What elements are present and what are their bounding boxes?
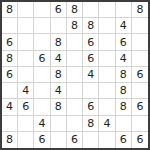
cell-r7c4[interactable]: 8 <box>51 99 67 115</box>
cell-r8c9[interactable] <box>132 116 148 132</box>
cell-r9c6[interactable] <box>83 132 99 148</box>
cell-r5c1[interactable]: 6 <box>2 67 18 83</box>
cell-r2c4[interactable] <box>51 18 67 34</box>
cell-r8c1[interactable] <box>2 116 18 132</box>
cell-r8c3[interactable]: 4 <box>34 116 50 132</box>
cell-r4c1[interactable]: 8 <box>2 51 18 67</box>
cell-r6c1[interactable] <box>2 83 18 99</box>
cell-r6c4[interactable]: 4 <box>51 83 67 99</box>
cell-r1c1[interactable]: 8 <box>2 2 18 18</box>
cell-r9c4[interactable] <box>51 132 67 148</box>
cell-r8c5[interactable] <box>67 116 83 132</box>
cell-r5c8[interactable]: 8 <box>116 67 132 83</box>
cell-r9c1[interactable]: 8 <box>2 132 18 148</box>
cell-r2c9[interactable] <box>132 18 148 34</box>
cell-r6c5[interactable] <box>67 83 83 99</box>
cell-r7c2[interactable]: 6 <box>18 99 34 115</box>
cell-r6c8[interactable]: 8 <box>116 83 132 99</box>
cell-r1c5[interactable]: 8 <box>67 2 83 18</box>
cell-r2c5[interactable]: 8 <box>67 18 83 34</box>
cell-r3c3[interactable] <box>34 34 50 50</box>
cell-r1c9[interactable]: 8 <box>132 2 148 18</box>
cell-r8c4[interactable] <box>51 116 67 132</box>
cell-r3c4[interactable]: 8 <box>51 34 67 50</box>
cell-r9c9[interactable]: 6 <box>132 132 148 148</box>
cell-r4c4[interactable]: 4 <box>51 51 67 67</box>
cell-r7c3[interactable] <box>34 99 50 115</box>
cell-r8c8[interactable] <box>116 116 132 132</box>
cell-r4c7[interactable] <box>99 51 115 67</box>
cell-r2c8[interactable]: 4 <box>116 18 132 34</box>
cell-r8c6[interactable]: 8 <box>83 116 99 132</box>
cell-r4c3[interactable]: 6 <box>34 51 50 67</box>
cell-r5c9[interactable]: 6 <box>132 67 148 83</box>
cell-r7c5[interactable] <box>67 99 83 115</box>
cell-r2c1[interactable] <box>2 18 18 34</box>
cell-r9c5[interactable]: 6 <box>67 132 83 148</box>
cell-r8c7[interactable]: 4 <box>99 116 115 132</box>
cell-r4c9[interactable] <box>132 51 148 67</box>
cell-r4c8[interactable]: 4 <box>116 51 132 67</box>
cell-r9c3[interactable]: 6 <box>34 132 50 148</box>
cell-r3c9[interactable] <box>132 34 148 50</box>
cell-r6c9[interactable] <box>132 83 148 99</box>
cell-r1c8[interactable] <box>116 2 132 18</box>
cell-r2c7[interactable] <box>99 18 115 34</box>
cell-r4c5[interactable] <box>67 51 83 67</box>
cell-r7c1[interactable]: 4 <box>2 99 18 115</box>
cell-r3c1[interactable]: 6 <box>2 34 18 50</box>
cell-r5c4[interactable]: 8 <box>51 67 67 83</box>
cell-r6c7[interactable] <box>99 83 115 99</box>
cell-r8c2[interactable] <box>18 116 34 132</box>
sudoku-board: 86888846866864646848644846868648486666 <box>0 0 150 150</box>
cell-r7c6[interactable]: 6 <box>83 99 99 115</box>
cell-r3c8[interactable]: 6 <box>116 34 132 50</box>
cell-r5c3[interactable] <box>34 67 50 83</box>
cell-r7c7[interactable] <box>99 99 115 115</box>
cell-r2c2[interactable] <box>18 18 34 34</box>
cell-r6c6[interactable] <box>83 83 99 99</box>
cell-r2c6[interactable]: 8 <box>83 18 99 34</box>
cell-r3c7[interactable] <box>99 34 115 50</box>
cell-r6c2[interactable]: 4 <box>18 83 34 99</box>
cell-r5c6[interactable]: 4 <box>83 67 99 83</box>
cell-r3c5[interactable] <box>67 34 83 50</box>
cell-r1c3[interactable] <box>34 2 50 18</box>
cell-r3c2[interactable] <box>18 34 34 50</box>
cell-r4c2[interactable] <box>18 51 34 67</box>
cell-r4c6[interactable]: 6 <box>83 51 99 67</box>
cell-r1c6[interactable] <box>83 2 99 18</box>
cell-r3c6[interactable]: 6 <box>83 34 99 50</box>
cell-r1c2[interactable] <box>18 2 34 18</box>
cell-r1c4[interactable]: 6 <box>51 2 67 18</box>
cell-r5c5[interactable] <box>67 67 83 83</box>
cell-r2c3[interactable] <box>34 18 50 34</box>
cell-r9c8[interactable]: 6 <box>116 132 132 148</box>
cell-r9c7[interactable] <box>99 132 115 148</box>
cell-r9c2[interactable] <box>18 132 34 148</box>
cell-r7c8[interactable]: 8 <box>116 99 132 115</box>
cell-r5c7[interactable] <box>99 67 115 83</box>
cell-r5c2[interactable] <box>18 67 34 83</box>
cell-r7c9[interactable]: 6 <box>132 99 148 115</box>
cell-r6c3[interactable] <box>34 83 50 99</box>
cell-r1c7[interactable] <box>99 2 115 18</box>
